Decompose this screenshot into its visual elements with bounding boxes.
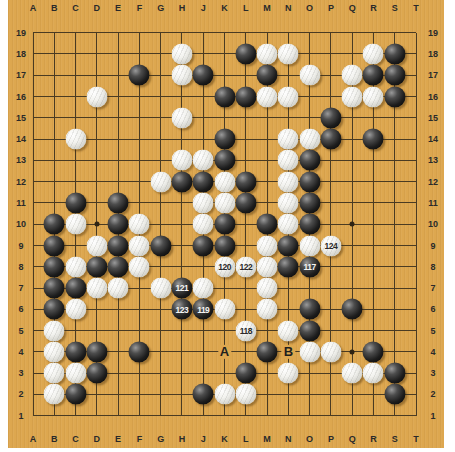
coord-label-bottom-G: G [157, 435, 164, 444]
coord-label-bottom-P: P [328, 435, 334, 444]
coord-label-bottom-H: H [179, 435, 186, 444]
move-number-label: 122 [239, 263, 252, 272]
black-stone-E10[interactable] [108, 214, 129, 235]
coord-label-top-Q: Q [349, 4, 356, 13]
white-stone-E7[interactable] [108, 278, 129, 299]
white-stone-N14[interactable] [278, 129, 299, 150]
coord-label-bottom-E: E [115, 435, 121, 444]
black-stone-Q6[interactable] [342, 299, 363, 320]
black-stone-O5[interactable] [299, 320, 320, 341]
white-stone-N10[interactable] [278, 214, 299, 235]
black-stone-B6[interactable] [44, 299, 65, 320]
coord-label-right-8: 8 [430, 262, 435, 271]
coord-label-left-1: 1 [18, 411, 23, 420]
white-stone-M6[interactable] [257, 299, 278, 320]
white-stone-M8[interactable] [257, 256, 278, 277]
black-stone-B10[interactable] [44, 214, 65, 235]
black-stone-J9[interactable] [193, 235, 214, 256]
white-stone-P9[interactable]: 124 [320, 235, 341, 256]
white-stone-C3[interactable] [65, 363, 86, 384]
coord-label-left-15: 15 [16, 113, 26, 122]
black-stone-P14[interactable] [320, 129, 341, 150]
black-stone-N8[interactable] [278, 256, 299, 277]
coord-label-right-14: 14 [428, 135, 438, 144]
coord-label-right-16: 16 [428, 92, 438, 101]
black-stone-L16[interactable] [235, 86, 256, 107]
white-stone-O4[interactable] [299, 341, 320, 362]
black-stone-R4[interactable] [363, 341, 384, 362]
coord-label-bottom-N: N [285, 435, 292, 444]
black-stone-L11[interactable] [235, 192, 256, 213]
black-stone-K14[interactable] [214, 129, 235, 150]
move-number-label: 121 [176, 284, 189, 293]
coord-label-left-11: 11 [16, 198, 26, 207]
black-stone-O13[interactable] [299, 150, 320, 171]
white-stone-C10[interactable] [65, 214, 86, 235]
coord-label-top-H: H [179, 4, 186, 13]
white-stone-B4[interactable] [44, 341, 65, 362]
coord-label-left-12: 12 [16, 177, 26, 186]
coord-label-right-2: 2 [430, 390, 435, 399]
white-stone-M16[interactable] [257, 86, 278, 107]
white-stone-K12[interactable] [214, 171, 235, 192]
white-stone-B2[interactable] [44, 384, 65, 405]
coord-label-top-P: P [328, 4, 334, 13]
coord-label-top-F: F [137, 4, 143, 13]
coord-label-left-17: 17 [16, 71, 26, 80]
coord-label-top-S: S [392, 4, 398, 13]
black-stone-O8[interactable]: 117 [299, 256, 320, 277]
goban[interactable]: AABBCCDDEEFFGGHHJJKKLLMMNNOOPPQQRRSSTT19… [8, 0, 444, 448]
white-stone-F9[interactable] [129, 235, 150, 256]
black-stone-N9[interactable] [278, 235, 299, 256]
black-stone-L3[interactable] [235, 363, 256, 384]
black-stone-K16[interactable] [214, 86, 235, 107]
black-stone-F17[interactable] [129, 65, 150, 86]
grid-line-vertical [416, 33, 417, 416]
black-stone-J12[interactable] [193, 171, 214, 192]
hoshi-point [350, 222, 355, 227]
white-stone-R16[interactable] [363, 86, 384, 107]
move-number-label: 124 [325, 241, 338, 250]
coord-label-bottom-S: S [392, 435, 398, 444]
white-stone-N11[interactable] [278, 192, 299, 213]
coord-label-left-7: 7 [18, 284, 23, 293]
black-stone-S16[interactable] [384, 86, 405, 107]
black-stone-C11[interactable] [65, 192, 86, 213]
white-stone-J10[interactable] [193, 214, 214, 235]
white-stone-L5[interactable]: 118 [235, 320, 256, 341]
white-stone-D7[interactable] [86, 278, 107, 299]
black-stone-H12[interactable] [171, 171, 192, 192]
black-stone-F4[interactable] [129, 341, 150, 362]
coord-label-right-12: 12 [428, 177, 438, 186]
white-stone-N16[interactable] [278, 86, 299, 107]
coord-label-right-4: 4 [430, 347, 435, 356]
black-stone-P15[interactable] [320, 107, 341, 128]
white-stone-F8[interactable] [129, 256, 150, 277]
white-stone-M18[interactable] [257, 43, 278, 64]
black-stone-S17[interactable] [384, 65, 405, 86]
white-stone-P4[interactable] [320, 341, 341, 362]
coord-label-left-4: 4 [18, 347, 23, 356]
white-stone-C6[interactable] [65, 299, 86, 320]
coord-label-left-14: 14 [16, 135, 26, 144]
coord-label-left-19: 19 [16, 28, 26, 37]
coord-label-top-C: C [72, 4, 79, 13]
black-stone-R17[interactable] [363, 65, 384, 86]
black-stone-D8[interactable] [86, 256, 107, 277]
coord-label-top-O: O [306, 4, 313, 13]
black-stone-B7[interactable] [44, 278, 65, 299]
coord-label-right-19: 19 [428, 28, 438, 37]
move-number-label: 117 [304, 263, 316, 272]
coord-label-top-M: M [263, 4, 271, 13]
white-stone-D16[interactable] [86, 86, 107, 107]
white-stone-M9[interactable] [257, 235, 278, 256]
white-stone-L8[interactable]: 122 [235, 256, 256, 277]
white-stone-R18[interactable] [363, 43, 384, 64]
move-number-label: 118 [240, 326, 252, 335]
coord-label-left-6: 6 [18, 305, 23, 314]
white-stone-K2[interactable] [214, 384, 235, 405]
white-stone-F10[interactable] [129, 214, 150, 235]
coord-label-top-D: D [94, 4, 101, 13]
coord-label-right-5: 5 [430, 326, 435, 335]
black-stone-L18[interactable] [235, 43, 256, 64]
white-stone-J11[interactable] [193, 192, 214, 213]
white-stone-H18[interactable] [171, 43, 192, 64]
white-stone-G12[interactable] [150, 171, 171, 192]
coord-label-top-B: B [51, 4, 58, 13]
grid-line-horizontal [33, 330, 416, 331]
coord-label-bottom-R: R [370, 435, 377, 444]
white-stone-R3[interactable] [363, 363, 384, 384]
black-stone-K9[interactable] [214, 235, 235, 256]
annotation-letter-B: B [282, 345, 295, 359]
white-stone-L2[interactable] [235, 384, 256, 405]
black-stone-J6[interactable]: 119 [193, 299, 214, 320]
hoshi-point [350, 349, 355, 354]
white-stone-N12[interactable] [278, 171, 299, 192]
white-stone-K6[interactable] [214, 299, 235, 320]
black-stone-C7[interactable] [65, 278, 86, 299]
coord-label-left-16: 16 [16, 92, 26, 101]
coord-label-top-G: G [157, 4, 164, 13]
coord-label-top-L: L [243, 4, 249, 13]
black-stone-H7[interactable]: 121 [171, 278, 192, 299]
coord-label-right-17: 17 [428, 71, 438, 80]
coord-label-right-15: 15 [428, 113, 438, 122]
black-stone-L12[interactable] [235, 171, 256, 192]
coord-label-left-3: 3 [18, 369, 23, 378]
white-stone-N5[interactable] [278, 320, 299, 341]
black-stone-O10[interactable] [299, 214, 320, 235]
coord-label-right-3: 3 [430, 369, 435, 378]
move-number-label: 119 [197, 305, 209, 314]
black-stone-R14[interactable] [363, 129, 384, 150]
black-stone-K13[interactable] [214, 150, 235, 171]
coord-label-bottom-K: K [221, 435, 228, 444]
coord-label-top-R: R [370, 4, 377, 13]
coord-label-bottom-M: M [263, 435, 271, 444]
black-stone-J17[interactable] [193, 65, 214, 86]
coord-label-right-6: 6 [430, 305, 435, 314]
coord-label-right-7: 7 [430, 284, 435, 293]
coord-label-bottom-B: B [51, 435, 58, 444]
white-stone-J7[interactable] [193, 278, 214, 299]
white-stone-O17[interactable] [299, 65, 320, 86]
black-stone-M4[interactable] [257, 341, 278, 362]
coord-label-right-9: 9 [430, 241, 435, 250]
coord-label-left-9: 9 [18, 241, 23, 250]
white-stone-H13[interactable] [171, 150, 192, 171]
coord-label-bottom-A: A [30, 435, 37, 444]
coord-label-right-13: 13 [428, 156, 438, 165]
coord-label-top-N: N [285, 4, 292, 13]
coord-label-bottom-F: F [137, 435, 143, 444]
white-stone-B5[interactable] [44, 320, 65, 341]
coord-label-right-18: 18 [428, 49, 438, 58]
white-stone-O9[interactable] [299, 235, 320, 256]
black-stone-H6[interactable]: 123 [171, 299, 192, 320]
black-stone-M10[interactable] [257, 214, 278, 235]
white-stone-N13[interactable] [278, 150, 299, 171]
white-stone-H17[interactable] [171, 65, 192, 86]
white-stone-G7[interactable] [150, 278, 171, 299]
coord-label-left-10: 10 [16, 220, 26, 229]
black-stone-E11[interactable] [108, 192, 129, 213]
coord-label-bottom-J: J [201, 435, 206, 444]
coord-label-top-J: J [201, 4, 206, 13]
coord-label-bottom-Q: Q [349, 435, 356, 444]
coord-label-top-K: K [221, 4, 228, 13]
black-stone-D3[interactable] [86, 363, 107, 384]
move-number-label: 123 [176, 305, 189, 314]
coord-label-bottom-O: O [306, 435, 313, 444]
coord-label-left-18: 18 [16, 49, 26, 58]
white-stone-K8[interactable]: 120 [214, 256, 235, 277]
move-number-label: 120 [218, 263, 231, 272]
coord-label-left-5: 5 [18, 326, 23, 335]
white-stone-B3[interactable] [44, 363, 65, 384]
black-stone-E8[interactable] [108, 256, 129, 277]
black-stone-S3[interactable] [384, 363, 405, 384]
coord-label-top-A: A [30, 4, 37, 13]
black-stone-E9[interactable] [108, 235, 129, 256]
black-stone-S2[interactable] [384, 384, 405, 405]
coord-label-right-11: 11 [428, 198, 438, 207]
white-stone-N18[interactable] [278, 43, 299, 64]
grid-line-horizontal [33, 415, 416, 416]
black-stone-J2[interactable] [193, 384, 214, 405]
black-stone-B8[interactable] [44, 256, 65, 277]
black-stone-O6[interactable] [299, 299, 320, 320]
white-stone-Q17[interactable] [342, 65, 363, 86]
coord-label-top-E: E [115, 4, 121, 13]
coord-label-left-13: 13 [16, 156, 26, 165]
coord-label-top-T: T [413, 4, 419, 13]
hoshi-point [94, 222, 99, 227]
coord-label-left-2: 2 [18, 390, 23, 399]
coord-label-bottom-C: C [72, 435, 79, 444]
white-stone-H15[interactable] [171, 107, 192, 128]
black-stone-C4[interactable] [65, 341, 86, 362]
coord-label-bottom-L: L [243, 435, 249, 444]
coord-label-right-10: 10 [428, 220, 438, 229]
white-stone-K11[interactable] [214, 192, 235, 213]
white-stone-N3[interactable] [278, 363, 299, 384]
black-stone-B9[interactable] [44, 235, 65, 256]
white-stone-C14[interactable] [65, 129, 86, 150]
coord-label-bottom-D: D [94, 435, 101, 444]
white-stone-Q3[interactable] [342, 363, 363, 384]
black-stone-G9[interactable] [150, 235, 171, 256]
white-stone-M7[interactable] [257, 278, 278, 299]
black-stone-O11[interactable] [299, 192, 320, 213]
white-stone-C8[interactable] [65, 256, 86, 277]
white-stone-J13[interactable] [193, 150, 214, 171]
go-diagram: AABBCCDDEEFFGGHHJJKKLLMMNNOOPPQQRRSSTT19… [0, 0, 455, 452]
annotation-letter-A: A [218, 345, 231, 359]
coord-label-left-8: 8 [18, 262, 23, 271]
white-stone-D9[interactable] [86, 235, 107, 256]
coord-label-right-1: 1 [430, 411, 435, 420]
white-stone-Q16[interactable] [342, 86, 363, 107]
black-stone-M17[interactable] [257, 65, 278, 86]
coord-label-bottom-T: T [413, 435, 419, 444]
white-stone-O14[interactable] [299, 129, 320, 150]
black-stone-K10[interactable] [214, 214, 235, 235]
black-stone-O12[interactable] [299, 171, 320, 192]
black-stone-C2[interactable] [65, 384, 86, 405]
black-stone-S18[interactable] [384, 43, 405, 64]
black-stone-D4[interactable] [86, 341, 107, 362]
